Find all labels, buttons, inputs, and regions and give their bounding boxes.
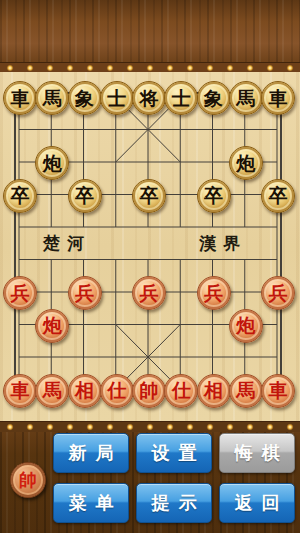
turn-indicator-piece: 帥 xyxy=(10,462,46,498)
piece-red-帥[interactable]: 帥 xyxy=(132,374,166,408)
piece-black-馬[interactable]: 馬 xyxy=(35,81,69,115)
river-label-left: 楚河 xyxy=(43,232,91,255)
button-label: 返回 xyxy=(235,491,289,515)
river-label-right: 漢界 xyxy=(199,232,247,255)
button-menu[interactable]: 菜单 xyxy=(53,483,129,523)
button-back[interactable]: 返回 xyxy=(219,483,295,523)
piece-red-仕[interactable]: 仕 xyxy=(100,374,134,408)
button-label: 悔棋 xyxy=(235,441,289,465)
piece-black-象[interactable]: 象 xyxy=(197,81,231,115)
button-label: 提示 xyxy=(152,491,206,515)
piece-red-車[interactable]: 車 xyxy=(261,374,295,408)
button-label: 设置 xyxy=(152,441,206,465)
button-undo[interactable]: 悔棋 xyxy=(219,433,295,473)
piece-red-炮[interactable]: 炮 xyxy=(229,309,263,343)
piece-black-炮[interactable]: 炮 xyxy=(35,146,69,180)
piece-black-象[interactable]: 象 xyxy=(68,81,102,115)
xiangqi-board[interactable]: 楚河 漢界 車馬象士将士象馬車炮炮卒卒卒卒卒兵兵兵兵兵炮炮車馬相仕帥仕相馬車 xyxy=(0,72,300,421)
piece-black-卒[interactable]: 卒 xyxy=(68,179,102,213)
piece-black-士[interactable]: 士 xyxy=(100,81,134,115)
piece-black-卒[interactable]: 卒 xyxy=(197,179,231,213)
piece-black-将[interactable]: 将 xyxy=(132,81,166,115)
piece-black-車[interactable]: 車 xyxy=(3,81,37,115)
piece-red-仕[interactable]: 仕 xyxy=(164,374,198,408)
piece-red-馬[interactable]: 馬 xyxy=(229,374,263,408)
button-hint[interactable]: 提示 xyxy=(136,483,212,523)
piece-black-卒[interactable]: 卒 xyxy=(132,179,166,213)
piece-red-相[interactable]: 相 xyxy=(197,374,231,408)
piece-red-炮[interactable]: 炮 xyxy=(35,309,69,343)
button-new-game[interactable]: 新局 xyxy=(53,433,129,473)
app-screen: 楚河 漢界 車馬象士将士象馬車炮炮卒卒卒卒卒兵兵兵兵兵炮炮車馬相仕帥仕相馬車 帥… xyxy=(0,0,300,533)
button-grid: 新局设置悔棋菜单提示返回 xyxy=(53,433,295,523)
stud-row-bottom xyxy=(0,421,300,432)
button-label: 新局 xyxy=(69,441,123,465)
button-label: 菜单 xyxy=(69,491,123,515)
piece-red-兵[interactable]: 兵 xyxy=(197,276,231,310)
wood-frame-top xyxy=(0,0,300,62)
piece-red-兵[interactable]: 兵 xyxy=(261,276,295,310)
piece-red-車[interactable]: 車 xyxy=(3,374,37,408)
piece-red-兵[interactable]: 兵 xyxy=(68,276,102,310)
piece-black-士[interactable]: 士 xyxy=(164,81,198,115)
piece-black-卒[interactable]: 卒 xyxy=(3,179,37,213)
piece-black-馬[interactable]: 馬 xyxy=(229,81,263,115)
piece-red-兵[interactable]: 兵 xyxy=(132,276,166,310)
piece-black-炮[interactable]: 炮 xyxy=(229,146,263,180)
piece-black-車[interactable]: 車 xyxy=(261,81,295,115)
button-settings[interactable]: 设置 xyxy=(136,433,212,473)
piece-red-相[interactable]: 相 xyxy=(68,374,102,408)
piece-black-卒[interactable]: 卒 xyxy=(261,179,295,213)
piece-red-兵[interactable]: 兵 xyxy=(3,276,37,310)
piece-red-馬[interactable]: 馬 xyxy=(35,374,69,408)
